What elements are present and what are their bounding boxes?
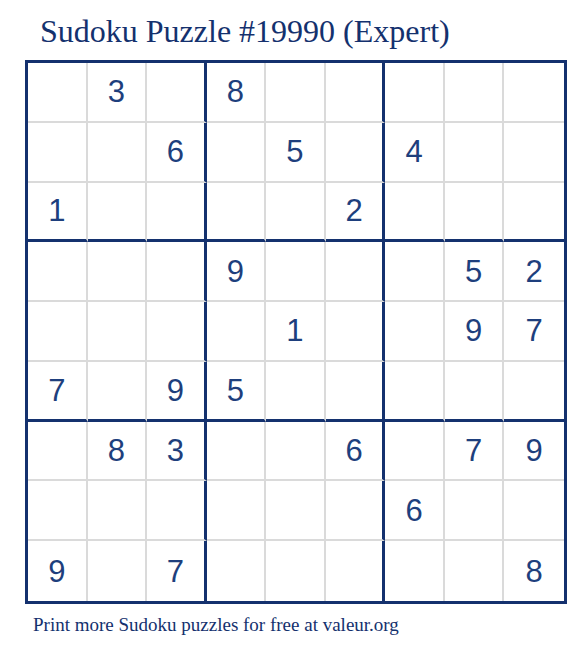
cell-r4c6 [326,242,386,302]
cell-r2c4 [207,123,267,183]
cell-r8c8 [445,481,505,541]
cell-r9c1: 9 [28,541,88,601]
cell-r3c6: 2 [326,183,386,243]
cell-r4c8: 5 [445,242,505,302]
cell-r2c7: 4 [385,123,445,183]
cell-r6c5 [266,362,326,422]
cell-r9c8 [445,541,505,601]
cell-r9c6 [326,541,386,601]
cell-r8c4 [207,481,267,541]
cell-r1c3 [147,63,207,123]
cell-r9c4 [207,541,267,601]
cell-r1c1 [28,63,88,123]
cell-r5c8: 9 [445,302,505,362]
cell-r5c3 [147,302,207,362]
cell-r4c9: 2 [504,242,564,302]
cell-r6c4: 5 [207,362,267,422]
cell-r2c3: 6 [147,123,207,183]
cell-r1c9 [504,63,564,123]
cell-r3c1: 1 [28,183,88,243]
cell-r8c7: 6 [385,481,445,541]
page-title: Sudoku Puzzle #19990 (Expert) [40,13,450,50]
cell-r7c6: 6 [326,422,386,482]
cell-r6c8 [445,362,505,422]
cell-r2c6 [326,123,386,183]
cell-r1c4: 8 [207,63,267,123]
cell-r3c8 [445,183,505,243]
cell-r4c1 [28,242,88,302]
cell-r3c2 [88,183,148,243]
cell-r7c9: 9 [504,422,564,482]
cell-r6c1: 7 [28,362,88,422]
cell-r3c5 [266,183,326,243]
cell-r7c5 [266,422,326,482]
cell-r1c8 [445,63,505,123]
cell-r4c4: 9 [207,242,267,302]
cell-r3c9 [504,183,564,243]
cell-r2c5: 5 [266,123,326,183]
cell-r6c3: 9 [147,362,207,422]
cell-r7c1 [28,422,88,482]
cell-r7c3: 3 [147,422,207,482]
cell-r2c1 [28,123,88,183]
cell-r6c6 [326,362,386,422]
cell-r3c4 [207,183,267,243]
cell-r7c8: 7 [445,422,505,482]
cell-r6c2 [88,362,148,422]
cell-r7c2: 8 [88,422,148,482]
cell-r2c9 [504,123,564,183]
cell-r1c2: 3 [88,63,148,123]
cell-r5c2 [88,302,148,362]
sudoku-board: 3865412952197795836796978 [25,60,567,604]
cell-r9c7 [385,541,445,601]
cell-r8c3 [147,481,207,541]
cell-r2c8 [445,123,505,183]
cell-r8c9 [504,481,564,541]
cell-r4c2 [88,242,148,302]
cell-r1c5 [266,63,326,123]
cell-r8c6 [326,481,386,541]
cell-r9c9: 8 [504,541,564,601]
cell-r4c7 [385,242,445,302]
cell-r6c9 [504,362,564,422]
cell-r3c3 [147,183,207,243]
cell-r5c7 [385,302,445,362]
cell-r5c5: 1 [266,302,326,362]
cell-r9c2 [88,541,148,601]
cell-r4c5 [266,242,326,302]
cell-r1c7 [385,63,445,123]
cell-r7c7 [385,422,445,482]
cell-r9c5 [266,541,326,601]
cell-r2c2 [88,123,148,183]
cell-r8c1 [28,481,88,541]
footer-note: Print more Sudoku puzzles for free at va… [33,614,399,636]
cell-r5c4 [207,302,267,362]
cell-r8c5 [266,481,326,541]
cell-r6c7 [385,362,445,422]
cell-r3c7 [385,183,445,243]
cell-r8c2 [88,481,148,541]
cell-r4c3 [147,242,207,302]
cell-r9c3: 7 [147,541,207,601]
cell-r7c4 [207,422,267,482]
cell-r5c9: 7 [504,302,564,362]
cell-r5c6 [326,302,386,362]
cell-r5c1 [28,302,88,362]
cell-r1c6 [326,63,386,123]
